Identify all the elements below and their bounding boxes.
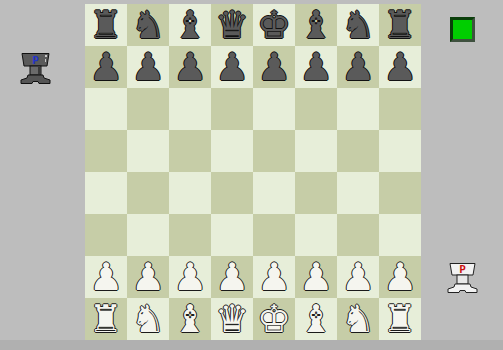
square-h2[interactable]: ♟ <box>379 256 421 298</box>
piece-black-bishop[interactable]: ♝ <box>173 4 207 46</box>
square-a6[interactable] <box>85 88 127 130</box>
piece-white-king[interactable]: ♚ <box>257 298 291 340</box>
square-h8[interactable]: ♜ <box>379 4 421 46</box>
piece-black-knight[interactable]: ♞ <box>131 4 165 46</box>
square-g5[interactable] <box>337 130 379 172</box>
square-g6[interactable] <box>337 88 379 130</box>
square-d5[interactable] <box>211 130 253 172</box>
square-c5[interactable] <box>169 130 211 172</box>
piece-black-pawn[interactable]: ♟ <box>89 46 123 88</box>
square-b2[interactable]: ♟ <box>127 256 169 298</box>
square-e6[interactable] <box>253 88 295 130</box>
square-b7[interactable]: ♟ <box>127 46 169 88</box>
white-player-indicator: P <box>446 263 479 296</box>
piece-white-rook[interactable]: ♜ <box>89 298 123 340</box>
piece-white-queen[interactable]: ♛ <box>215 298 249 340</box>
piece-black-rook[interactable]: ♜ <box>89 4 123 46</box>
square-f3[interactable] <box>295 214 337 256</box>
piece-white-knight[interactable]: ♞ <box>131 298 165 340</box>
square-h5[interactable] <box>379 130 421 172</box>
square-g1[interactable]: ♞ <box>337 298 379 340</box>
square-f8[interactable]: ♝ <box>295 4 337 46</box>
square-a5[interactable] <box>85 130 127 172</box>
square-f4[interactable] <box>295 172 337 214</box>
square-c3[interactable] <box>169 214 211 256</box>
piece-black-rook[interactable]: ♜ <box>383 4 417 46</box>
square-g2[interactable]: ♟ <box>337 256 379 298</box>
square-f2[interactable]: ♟ <box>295 256 337 298</box>
square-c6[interactable] <box>169 88 211 130</box>
square-d4[interactable] <box>211 172 253 214</box>
square-a4[interactable] <box>85 172 127 214</box>
square-b4[interactable] <box>127 172 169 214</box>
square-f5[interactable] <box>295 130 337 172</box>
piece-black-pawn[interactable]: ♟ <box>215 46 249 88</box>
square-d6[interactable] <box>211 88 253 130</box>
square-e5[interactable] <box>253 130 295 172</box>
piece-black-pawn[interactable]: ♟ <box>341 46 375 88</box>
square-c7[interactable]: ♟ <box>169 46 211 88</box>
square-e8[interactable]: ♚ <box>253 4 295 46</box>
piece-white-pawn[interactable]: ♟ <box>173 256 207 298</box>
piece-black-pawn[interactable]: ♟ <box>173 46 207 88</box>
piece-white-pawn[interactable]: ♟ <box>299 256 333 298</box>
square-c2[interactable]: ♟ <box>169 256 211 298</box>
square-a7[interactable]: ♟ <box>85 46 127 88</box>
white-player-pawn-icon: P <box>446 263 479 296</box>
black-player-pawn-icon: P <box>19 53 52 87</box>
square-c8[interactable]: ♝ <box>169 4 211 46</box>
square-d8[interactable]: ♛ <box>211 4 253 46</box>
square-h3[interactable] <box>379 214 421 256</box>
piece-white-pawn[interactable]: ♟ <box>341 256 375 298</box>
square-f7[interactable]: ♟ <box>295 46 337 88</box>
square-g4[interactable] <box>337 172 379 214</box>
piece-black-pawn[interactable]: ♟ <box>383 46 417 88</box>
square-a3[interactable] <box>85 214 127 256</box>
piece-white-pawn[interactable]: ♟ <box>215 256 249 298</box>
square-e2[interactable]: ♟ <box>253 256 295 298</box>
piece-black-queen[interactable]: ♛ <box>215 4 249 46</box>
square-a2[interactable]: ♟ <box>85 256 127 298</box>
square-e4[interactable] <box>253 172 295 214</box>
square-e3[interactable] <box>253 214 295 256</box>
piece-white-bishop[interactable]: ♝ <box>299 298 333 340</box>
square-c1[interactable]: ♝ <box>169 298 211 340</box>
piece-black-bishop[interactable]: ♝ <box>299 4 333 46</box>
square-h1[interactable]: ♜ <box>379 298 421 340</box>
square-b5[interactable] <box>127 130 169 172</box>
piece-black-pawn[interactable]: ♟ <box>257 46 291 88</box>
piece-white-bishop[interactable]: ♝ <box>173 298 207 340</box>
piece-white-pawn[interactable]: ♟ <box>131 256 165 298</box>
square-h7[interactable]: ♟ <box>379 46 421 88</box>
piece-black-pawn[interactable]: ♟ <box>299 46 333 88</box>
status-light <box>450 17 475 42</box>
square-b6[interactable] <box>127 88 169 130</box>
square-f1[interactable]: ♝ <box>295 298 337 340</box>
square-g7[interactable]: ♟ <box>337 46 379 88</box>
square-h4[interactable] <box>379 172 421 214</box>
square-g8[interactable]: ♞ <box>337 4 379 46</box>
black-player-letter: P <box>32 54 39 67</box>
square-d2[interactable]: ♟ <box>211 256 253 298</box>
square-d3[interactable] <box>211 214 253 256</box>
square-h6[interactable] <box>379 88 421 130</box>
piece-white-pawn[interactable]: ♟ <box>89 256 123 298</box>
square-d1[interactable]: ♛ <box>211 298 253 340</box>
chess-board: ♜♞♝♛♚♝♞♜♟♟♟♟♟♟♟♟♟♟♟♟♟♟♟♟♜♞♝♛♚♝♞♜ <box>85 4 421 340</box>
piece-black-knight[interactable]: ♞ <box>341 4 375 46</box>
square-a1[interactable]: ♜ <box>85 298 127 340</box>
square-d7[interactable]: ♟ <box>211 46 253 88</box>
square-f6[interactable] <box>295 88 337 130</box>
square-b1[interactable]: ♞ <box>127 298 169 340</box>
window-bottom-edge <box>0 340 503 350</box>
square-g3[interactable] <box>337 214 379 256</box>
square-c4[interactable] <box>169 172 211 214</box>
piece-white-rook[interactable]: ♜ <box>383 298 417 340</box>
piece-white-pawn[interactable]: ♟ <box>257 256 291 298</box>
piece-black-king[interactable]: ♚ <box>257 4 291 46</box>
square-b8[interactable]: ♞ <box>127 4 169 46</box>
square-b3[interactable] <box>127 214 169 256</box>
black-player-indicator: P <box>19 53 52 87</box>
piece-black-pawn[interactable]: ♟ <box>131 46 165 88</box>
square-e1[interactable]: ♚ <box>253 298 295 340</box>
square-a8[interactable]: ♜ <box>85 4 127 46</box>
piece-white-knight[interactable]: ♞ <box>341 298 375 340</box>
piece-white-pawn[interactable]: ♟ <box>383 256 417 298</box>
white-player-letter: P <box>459 263 466 276</box>
square-e7[interactable]: ♟ <box>253 46 295 88</box>
